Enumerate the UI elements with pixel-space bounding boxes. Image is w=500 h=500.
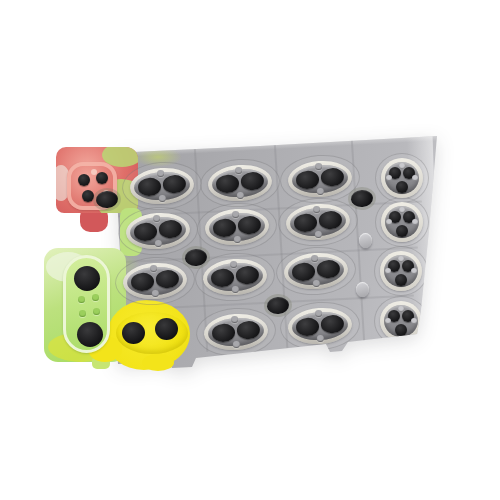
carbon-pad [122,322,145,344]
guide-dot [412,175,418,181]
carbon-dot [96,172,108,184]
gray-oval-button [283,251,349,291]
guide-dot [399,163,405,169]
gray-oval-button [122,261,188,301]
guide-dot [92,294,99,301]
guide-dot [398,306,404,312]
gray-oval-button [204,207,270,247]
gray-oval-button [129,166,195,206]
guide-dot [91,169,97,175]
carbon-pad [74,266,100,291]
guide-dot [385,268,391,274]
alignment-nub [356,282,369,297]
guide-dot [399,207,405,213]
carbon-pad [155,318,178,340]
round-button [380,251,422,291]
green-pill-button [63,255,110,353]
gray-oval-button [207,163,273,203]
guide-dot [386,175,392,181]
guide-dot [411,318,417,324]
yellow-oval-button [116,312,188,354]
carbon-dot [395,324,407,336]
round-button [381,202,423,242]
carbon-dot [395,274,407,286]
guide-dot [79,310,86,317]
carbon-contact-pad [350,189,373,207]
gray-oval-button [203,312,269,352]
gray-oval-button [287,159,353,199]
carbon-pad [77,322,103,347]
guide-dot [398,256,404,262]
round-button [381,158,423,198]
guide-dot [93,308,100,315]
gray-oval-button [285,202,351,242]
gray-oval-button [287,306,353,346]
alignment-nub [359,233,372,248]
guide-dot [385,318,391,324]
carbon-contact-pad [266,296,289,314]
guide-dot [78,296,85,303]
gray-oval-button [202,257,268,297]
guide-dot [386,219,392,225]
carbon-dot [78,174,90,186]
carbon-dot [82,190,94,202]
gray-oval-button [125,211,191,251]
guide-dot [412,219,418,225]
guide-dot [411,268,417,274]
carbon-contact-pad [95,190,118,208]
carbon-dot [396,225,408,237]
carbon-dot [396,181,408,193]
product-photo [0,0,500,500]
